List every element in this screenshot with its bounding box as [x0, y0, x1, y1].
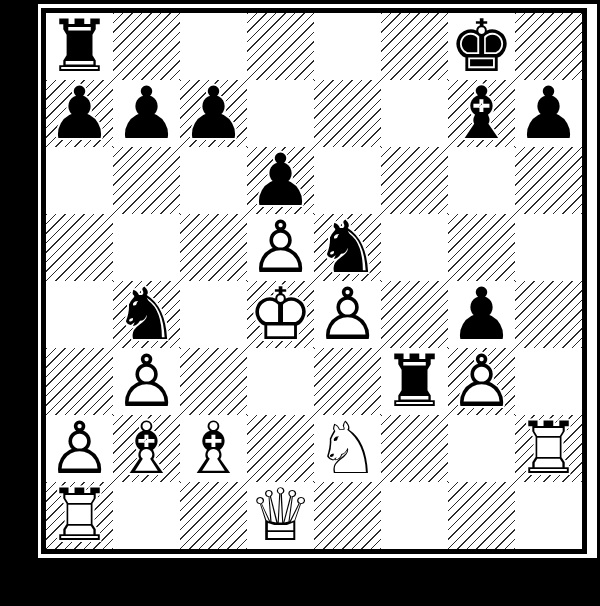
piece-black-pawn[interactable]: ♟: [515, 80, 582, 147]
square-d6[interactable]: ♟: [247, 147, 314, 214]
piece-black-pawn[interactable]: ♟: [448, 281, 515, 348]
white-knight-icon: ♘: [314, 415, 381, 482]
square-a3[interactable]: [46, 348, 113, 415]
square-f3[interactable]: ♜: [381, 348, 448, 415]
square-h7[interactable]: ♟: [515, 80, 582, 147]
square-a7[interactable]: ♟: [46, 80, 113, 147]
square-f6[interactable]: [381, 147, 448, 214]
square-e3[interactable]: [314, 348, 381, 415]
square-a8[interactable]: ♜: [46, 13, 113, 80]
square-g5[interactable]: [448, 214, 515, 281]
piece-black-bishop[interactable]: ♝: [448, 80, 515, 147]
square-d1[interactable]: ♛♕: [247, 482, 314, 549]
square-d4[interactable]: ♚♔: [247, 281, 314, 348]
square-a2[interactable]: ♟♙: [46, 415, 113, 482]
white-pawn-icon: ♙: [113, 348, 180, 415]
square-e7[interactable]: [314, 80, 381, 147]
square-g3[interactable]: ♟♙: [448, 348, 515, 415]
piece-white-rook[interactable]: ♜♖: [515, 415, 582, 482]
square-a4[interactable]: [46, 281, 113, 348]
square-e8[interactable]: [314, 13, 381, 80]
square-b1[interactable]: [113, 482, 180, 549]
white-pawn-icon: ♙: [448, 348, 515, 415]
piece-white-rook[interactable]: ♜♖: [46, 482, 113, 549]
piece-black-pawn[interactable]: ♟: [113, 80, 180, 147]
black-king-icon: ♚: [448, 13, 515, 80]
piece-black-king[interactable]: ♚: [448, 13, 515, 80]
square-b6[interactable]: [113, 147, 180, 214]
square-d3[interactable]: [247, 348, 314, 415]
black-pawn-icon: ♟: [180, 80, 247, 147]
square-c2[interactable]: ♝♗: [180, 415, 247, 482]
piece-white-pawn[interactable]: ♟♙: [448, 348, 515, 415]
square-h3[interactable]: [515, 348, 582, 415]
piece-white-king[interactable]: ♚♔: [247, 281, 314, 348]
piece-black-pawn[interactable]: ♟: [180, 80, 247, 147]
square-g1[interactable]: [448, 482, 515, 549]
black-pawn-icon: ♟: [247, 147, 314, 214]
square-b7[interactable]: ♟: [113, 80, 180, 147]
square-f8[interactable]: [381, 13, 448, 80]
white-pawn-icon: ♙: [314, 281, 381, 348]
black-bishop-icon: ♝: [448, 80, 515, 147]
square-e4[interactable]: ♟♙: [314, 281, 381, 348]
square-a6[interactable]: [46, 147, 113, 214]
white-bishop-icon: ♗: [180, 415, 247, 482]
square-c6[interactable]: [180, 147, 247, 214]
square-g7[interactable]: ♝: [448, 80, 515, 147]
square-g6[interactable]: [448, 147, 515, 214]
white-rook-icon: ♖: [515, 415, 582, 482]
square-e6[interactable]: [314, 147, 381, 214]
black-rook-icon: ♜: [46, 13, 113, 80]
square-c3[interactable]: [180, 348, 247, 415]
piece-white-bishop[interactable]: ♝♗: [113, 415, 180, 482]
square-e1[interactable]: [314, 482, 381, 549]
square-b4[interactable]: ♞: [113, 281, 180, 348]
white-bishop-icon: ♗: [113, 415, 180, 482]
black-pawn-icon: ♟: [448, 281, 515, 348]
white-king-icon: ♔: [247, 281, 314, 348]
square-b3[interactable]: ♟♙: [113, 348, 180, 415]
square-a1[interactable]: ♜♖: [46, 482, 113, 549]
square-f2[interactable]: [381, 415, 448, 482]
piece-black-rook[interactable]: ♜: [46, 13, 113, 80]
square-h1[interactable]: [515, 482, 582, 549]
square-c5[interactable]: [180, 214, 247, 281]
square-b5[interactable]: [113, 214, 180, 281]
black-knight-icon: ♞: [113, 281, 180, 348]
square-f1[interactable]: [381, 482, 448, 549]
square-f5[interactable]: [381, 214, 448, 281]
square-h2[interactable]: ♜♖: [515, 415, 582, 482]
piece-black-pawn[interactable]: ♟: [46, 80, 113, 147]
piece-white-pawn[interactable]: ♟♙: [113, 348, 180, 415]
square-b2[interactable]: ♝♗: [113, 415, 180, 482]
square-g8[interactable]: ♚: [448, 13, 515, 80]
square-h8[interactable]: [515, 13, 582, 80]
black-rook-icon: ♜: [381, 348, 448, 415]
white-pawn-icon: ♙: [46, 415, 113, 482]
square-c4[interactable]: [180, 281, 247, 348]
square-d5[interactable]: ♟♙: [247, 214, 314, 281]
square-h6[interactable]: [515, 147, 582, 214]
square-f7[interactable]: [381, 80, 448, 147]
square-g4[interactable]: ♟: [448, 281, 515, 348]
square-f4[interactable]: [381, 281, 448, 348]
black-pawn-icon: ♟: [515, 80, 582, 147]
piece-black-knight[interactable]: ♞: [314, 214, 381, 281]
square-d2[interactable]: [247, 415, 314, 482]
board-page: ♜♚♟♟♟♝♟♟♟♙♞♞♚♔♟♙♟♟♙♜♟♙♟♙♝♗♝♗♞♘♜♖♜♖♛♕: [38, 4, 597, 558]
piece-white-knight[interactable]: ♞♘: [314, 415, 381, 482]
black-knight-icon: ♞: [314, 214, 381, 281]
piece-white-pawn[interactable]: ♟♙: [46, 415, 113, 482]
piece-white-pawn[interactable]: ♟♙: [247, 214, 314, 281]
square-e5[interactable]: ♞: [314, 214, 381, 281]
square-c1[interactable]: [180, 482, 247, 549]
piece-black-pawn[interactable]: ♟: [247, 147, 314, 214]
white-pawn-icon: ♙: [247, 214, 314, 281]
black-pawn-icon: ♟: [46, 80, 113, 147]
square-e2[interactable]: ♞♘: [314, 415, 381, 482]
square-d8[interactable]: [247, 13, 314, 80]
board-frame: ♜♚♟♟♟♝♟♟♟♙♞♞♚♔♟♙♟♟♙♜♟♙♟♙♝♗♝♗♞♘♜♖♜♖♛♕: [41, 8, 587, 554]
square-h4[interactable]: [515, 281, 582, 348]
diagram-background: ♜♚♟♟♟♝♟♟♟♙♞♞♚♔♟♙♟♟♙♜♟♙♟♙♝♗♝♗♞♘♜♖♜♖♛♕: [0, 0, 600, 606]
square-b8[interactable]: [113, 13, 180, 80]
piece-black-rook[interactable]: ♜: [381, 348, 448, 415]
white-queen-icon: ♕: [247, 482, 314, 549]
black-pawn-icon: ♟: [113, 80, 180, 147]
square-a5[interactable]: [46, 214, 113, 281]
square-d7[interactable]: [247, 80, 314, 147]
piece-white-pawn[interactable]: ♟♙: [314, 281, 381, 348]
piece-black-knight[interactable]: ♞: [113, 281, 180, 348]
square-h5[interactable]: [515, 214, 582, 281]
square-g2[interactable]: [448, 415, 515, 482]
white-rook-icon: ♖: [46, 482, 113, 549]
square-c8[interactable]: [180, 13, 247, 80]
chess-board: ♜♚♟♟♟♝♟♟♟♙♞♞♚♔♟♙♟♟♙♜♟♙♟♙♝♗♝♗♞♘♜♖♜♖♛♕: [46, 13, 582, 549]
piece-white-queen[interactable]: ♛♕: [247, 482, 314, 549]
square-c7[interactable]: ♟: [180, 80, 247, 147]
piece-white-bishop[interactable]: ♝♗: [180, 415, 247, 482]
